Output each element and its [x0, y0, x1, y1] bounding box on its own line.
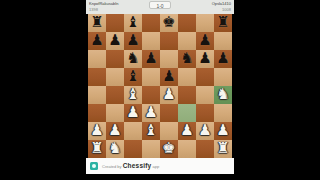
square-g6[interactable]: ♟ [196, 50, 214, 68]
square-d3[interactable]: ♟ [142, 104, 160, 122]
white-rook-h1[interactable]: ♜ [214, 140, 232, 158]
brand-suffix: app [153, 164, 160, 169]
square-e4[interactable]: ♟ [160, 86, 178, 104]
square-c4[interactable]: ♝ [124, 86, 142, 104]
content-strip: KnpofRakusabln 1398 1-0 Opsla1410 1008 ♜… [86, 0, 234, 180]
square-e6[interactable] [160, 50, 178, 68]
square-f7[interactable] [178, 32, 196, 50]
square-d5[interactable] [142, 68, 160, 86]
square-b4[interactable] [106, 86, 124, 104]
square-e5[interactable]: ♟ [160, 68, 178, 86]
square-b2[interactable]: ♟ [106, 122, 124, 140]
square-g1[interactable] [196, 140, 214, 158]
square-f8[interactable] [178, 14, 196, 32]
black-bishop-c8[interactable]: ♝ [124, 14, 142, 32]
square-c3[interactable]: ♟ [124, 104, 142, 122]
square-c8[interactable]: ♝ [124, 14, 142, 32]
white-pawn-f2[interactable]: ♟ [178, 122, 196, 140]
square-d4[interactable] [142, 86, 160, 104]
square-h7[interactable] [214, 32, 232, 50]
square-e1[interactable]: ♚ [160, 140, 178, 158]
square-h4[interactable]: ♞ [214, 86, 232, 104]
square-e7[interactable] [160, 32, 178, 50]
square-f3[interactable] [178, 104, 196, 122]
white-king-e1[interactable]: ♚ [160, 140, 178, 158]
square-e2[interactable] [160, 122, 178, 140]
square-f2[interactable]: ♟ [178, 122, 196, 140]
black-pawn-d6[interactable]: ♟ [142, 50, 160, 68]
square-a5[interactable] [88, 68, 106, 86]
square-g3[interactable] [196, 104, 214, 122]
black-pawn-h6[interactable]: ♟ [214, 50, 232, 68]
chessify-logo-icon [90, 162, 98, 170]
black-king-e8[interactable]: ♚ [160, 14, 178, 32]
square-b6[interactable] [106, 50, 124, 68]
white-knight-b1[interactable]: ♞ [106, 140, 124, 158]
square-f4[interactable] [178, 86, 196, 104]
square-c5[interactable]: ♝ [124, 68, 142, 86]
white-pawn-c3[interactable]: ♟ [124, 104, 142, 122]
square-d1[interactable] [142, 140, 160, 158]
brand-name: Chessify [123, 162, 152, 169]
created-by-label: Created by [102, 164, 122, 169]
white-pawn-h2[interactable]: ♟ [214, 122, 232, 140]
game-header: KnpofRakusabln 1398 1-0 Opsla1410 1008 [86, 0, 234, 14]
square-f5[interactable] [178, 68, 196, 86]
square-c7[interactable]: ♟ [124, 32, 142, 50]
square-h2[interactable]: ♟ [214, 122, 232, 140]
white-bishop-c4[interactable]: ♝ [124, 86, 142, 104]
black-rook-a8[interactable]: ♜ [88, 14, 106, 32]
square-h6[interactable]: ♟ [214, 50, 232, 68]
square-f6[interactable]: ♞ [178, 50, 196, 68]
square-b5[interactable] [106, 68, 124, 86]
black-pawn-a7[interactable]: ♟ [88, 32, 106, 50]
square-b8[interactable] [106, 14, 124, 32]
white-bishop-d2[interactable]: ♝ [142, 122, 160, 140]
square-d6[interactable]: ♟ [142, 50, 160, 68]
square-d7[interactable] [142, 32, 160, 50]
square-h8[interactable]: ♜ [214, 14, 232, 32]
black-pawn-e5[interactable]: ♟ [160, 68, 178, 86]
player-right-rating: 1008 [173, 7, 231, 12]
player-right: Opsla1410 1008 [173, 1, 231, 12]
square-h1[interactable]: ♜ [214, 140, 232, 158]
player-right-name: Opsla1410 [173, 1, 231, 6]
footer-text: Created by Chessify app [102, 161, 159, 172]
square-e8[interactable]: ♚ [160, 14, 178, 32]
black-pawn-g7[interactable]: ♟ [196, 32, 214, 50]
footer-bar: Created by Chessify app [86, 158, 234, 174]
white-pawn-b2[interactable]: ♟ [106, 122, 124, 140]
chess-board: ♜♝♚♜♟♟♟♟♞♟♞♟♟♝♟♝♟♞♟♟♟♟♝♟♟♟♜♞♚♜ [88, 14, 232, 158]
black-knight-f6[interactable]: ♞ [178, 50, 196, 68]
result-badge: 1-0 [149, 1, 171, 9]
square-a3[interactable] [88, 104, 106, 122]
square-h5[interactable] [214, 68, 232, 86]
white-pawn-g2[interactable]: ♟ [196, 122, 214, 140]
square-a1[interactable]: ♜ [88, 140, 106, 158]
square-g4[interactable] [196, 86, 214, 104]
black-rook-h8[interactable]: ♜ [214, 14, 232, 32]
square-d2[interactable]: ♝ [142, 122, 160, 140]
square-c2[interactable] [124, 122, 142, 140]
white-pawn-d3[interactable]: ♟ [142, 104, 160, 122]
player-left: KnpofRakusabln 1398 [89, 1, 147, 12]
black-pawn-b7[interactable]: ♟ [106, 32, 124, 50]
video-frame: KnpofRakusabln 1398 1-0 Opsla1410 1008 ♜… [0, 0, 320, 180]
square-a8[interactable]: ♜ [88, 14, 106, 32]
black-pawn-g6[interactable]: ♟ [196, 50, 214, 68]
black-pawn-c7[interactable]: ♟ [124, 32, 142, 50]
square-a6[interactable] [88, 50, 106, 68]
square-c6[interactable]: ♞ [124, 50, 142, 68]
white-rook-a1[interactable]: ♜ [88, 140, 106, 158]
square-g8[interactable] [196, 14, 214, 32]
square-b7[interactable]: ♟ [106, 32, 124, 50]
square-b1[interactable]: ♞ [106, 140, 124, 158]
square-g2[interactable]: ♟ [196, 122, 214, 140]
square-a7[interactable]: ♟ [88, 32, 106, 50]
player-left-name: KnpofRakusabln [89, 1, 147, 6]
square-f1[interactable] [178, 140, 196, 158]
square-d8[interactable] [142, 14, 160, 32]
black-knight-c6[interactable]: ♞ [124, 50, 142, 68]
square-a4[interactable] [88, 86, 106, 104]
player-left-rating: 1398 [89, 7, 147, 12]
square-e3[interactable] [160, 104, 178, 122]
white-knight-h4[interactable]: ♞ [214, 86, 232, 104]
square-c1[interactable] [124, 140, 142, 158]
white-pawn-a2[interactable]: ♟ [88, 122, 106, 140]
square-g5[interactable] [196, 68, 214, 86]
square-h3[interactable] [214, 104, 232, 122]
square-a2[interactable]: ♟ [88, 122, 106, 140]
square-b3[interactable] [106, 104, 124, 122]
square-g7[interactable]: ♟ [196, 32, 214, 50]
white-pawn-e4[interactable]: ♟ [160, 86, 178, 104]
black-bishop-c5[interactable]: ♝ [124, 68, 142, 86]
